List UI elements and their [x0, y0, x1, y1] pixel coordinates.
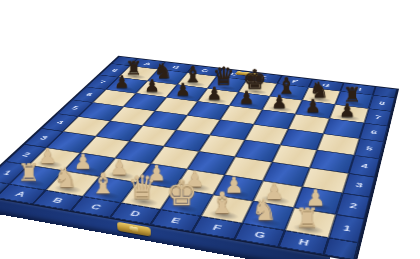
coordinate-label: 1 — [342, 223, 352, 232]
coordinate-label: 5 — [365, 145, 373, 151]
white-knight-g1[interactable]: ♞ — [251, 195, 277, 224]
coordinate-label: 2 — [20, 151, 32, 158]
coordinate-label: 3 — [38, 134, 49, 140]
white-bishop-c1[interactable]: ♝ — [90, 169, 116, 198]
white-king-e1[interactable]: ♚ — [166, 175, 198, 210]
black-pawn-a7[interactable]: ♟ — [114, 73, 129, 90]
coordinate-label: 5 — [70, 105, 80, 110]
coordinate-label: 6 — [85, 92, 95, 97]
coordinate-label: 7 — [98, 79, 107, 84]
coordinate-label: H — [297, 237, 310, 247]
coordinate-label: G — [253, 229, 267, 239]
chess-board: ABCDEFGH8♜♞♝♛♚♝♞♜87♟♟♟♟♟♟♟♟7665544332♟♟♟… — [0, 56, 397, 259]
white-queen-d1[interactable]: ♛ — [127, 171, 156, 204]
coordinate-label: E — [169, 215, 182, 224]
square-g6[interactable] — [288, 114, 329, 134]
coordinate-label: B — [171, 65, 181, 69]
product-photo-scene: ABCDEFGH8♜♞♝♛♚♝♞♜87♟♟♟♟♟♟♟♟7665544332♟♟♟… — [0, 0, 420, 259]
coordinate-label: A — [13, 189, 28, 197]
black-pawn-h7[interactable]: ♟ — [339, 101, 355, 119]
coordinate-label: 4 — [55, 119, 66, 125]
coordinate-label: 1 — [1, 169, 14, 176]
black-pawn-g7[interactable]: ♟ — [305, 97, 321, 115]
white-rook-h1[interactable]: ♜ — [295, 205, 319, 232]
coordinate-label: 8 — [379, 100, 386, 105]
coordinate-label: D — [128, 209, 142, 218]
black-pawn-c7[interactable]: ♟ — [175, 81, 191, 98]
white-rook-a1[interactable]: ♜ — [18, 160, 40, 185]
coordinate-label: 4 — [360, 162, 368, 169]
coordinate-label: F — [211, 223, 223, 232]
black-pawn-b7[interactable]: ♟ — [144, 77, 159, 94]
coordinate-label: A — [143, 61, 153, 65]
white-knight-b1[interactable]: ♞ — [53, 164, 77, 191]
black-pawn-d7[interactable]: ♟ — [206, 84, 222, 102]
coordinate-label: B — [51, 196, 66, 204]
board-perspective-wrap: ABCDEFGH8♜♞♝♛♚♝♞♜87♟♟♟♟♟♟♟♟7665544332♟♟♟… — [0, 0, 420, 259]
coordinate-label: 7 — [374, 114, 381, 120]
white-bishop-f1[interactable]: ♝ — [209, 188, 236, 218]
black-pawn-f7[interactable]: ♟ — [271, 93, 287, 111]
coordinate-label: 6 — [370, 129, 378, 135]
coordinate-label: C — [89, 202, 103, 211]
brass-clasp — [117, 221, 151, 236]
coordinate-label: 3 — [355, 181, 364, 189]
coordinate-label: 2 — [349, 201, 358, 209]
black-pawn-e7[interactable]: ♟ — [239, 88, 255, 106]
